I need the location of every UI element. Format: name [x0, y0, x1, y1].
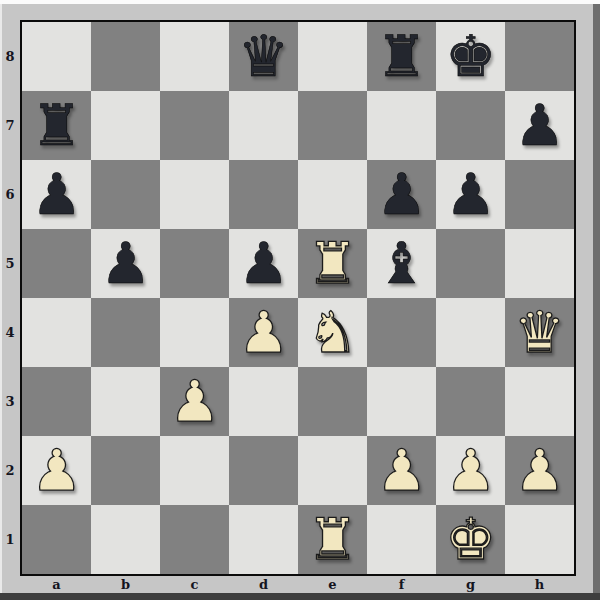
- rank-label-6: 6: [0, 160, 20, 229]
- square-a6[interactable]: ♟: [22, 160, 91, 229]
- square-c1[interactable]: [160, 505, 229, 574]
- square-f2[interactable]: ♟: [367, 436, 436, 505]
- square-c4[interactable]: [160, 298, 229, 367]
- square-b1[interactable]: [91, 505, 160, 574]
- square-h4[interactable]: ♛: [505, 298, 574, 367]
- square-f1[interactable]: [367, 505, 436, 574]
- black-rook-f8[interactable]: ♜: [376, 28, 427, 85]
- black-queen-d8[interactable]: ♛: [238, 28, 289, 85]
- black-pawn-g6[interactable]: ♟: [445, 166, 496, 223]
- frame-highlight-top: [0, 0, 600, 4]
- white-king-g1[interactable]: ♚: [445, 511, 496, 568]
- white-queen-h4[interactable]: ♛: [514, 304, 565, 361]
- square-a7[interactable]: ♜: [22, 91, 91, 160]
- square-d1[interactable]: [229, 505, 298, 574]
- square-a1[interactable]: [22, 505, 91, 574]
- square-e7[interactable]: [298, 91, 367, 160]
- file-labels: abcdefgh: [22, 575, 574, 593]
- square-b8[interactable]: [91, 22, 160, 91]
- square-a8[interactable]: [22, 22, 91, 91]
- square-g1[interactable]: ♚: [436, 505, 505, 574]
- frame-shadow-right: [593, 4, 600, 600]
- square-e3[interactable]: [298, 367, 367, 436]
- square-h3[interactable]: [505, 367, 574, 436]
- square-f5[interactable]: ♝: [367, 229, 436, 298]
- chess-diagram: 87654321 ♛♜♚♜♟♟♟♟♟♟♜♝♟♞♛♟♟♟♟♟♜♚ abcdefgh: [0, 0, 600, 600]
- square-e8[interactable]: [298, 22, 367, 91]
- rank-label-1: 1: [0, 505, 20, 574]
- square-d6[interactable]: [229, 160, 298, 229]
- black-pawn-f6[interactable]: ♟: [376, 166, 427, 223]
- square-f8[interactable]: ♜: [367, 22, 436, 91]
- square-e6[interactable]: [298, 160, 367, 229]
- square-d4[interactable]: ♟: [229, 298, 298, 367]
- square-h6[interactable]: [505, 160, 574, 229]
- file-label-a: a: [22, 575, 91, 593]
- rank-label-8: 8: [0, 22, 20, 91]
- file-label-e: e: [298, 575, 367, 593]
- square-c7[interactable]: [160, 91, 229, 160]
- square-g4[interactable]: [436, 298, 505, 367]
- black-pawn-a6[interactable]: ♟: [31, 166, 82, 223]
- square-g2[interactable]: ♟: [436, 436, 505, 505]
- black-king-g8[interactable]: ♚: [445, 28, 496, 85]
- square-e4[interactable]: ♞: [298, 298, 367, 367]
- white-knight-e4[interactable]: ♞: [307, 304, 358, 361]
- white-rook-e5[interactable]: ♜: [307, 235, 358, 292]
- black-rook-a7[interactable]: ♜: [31, 97, 82, 154]
- white-pawn-g2[interactable]: ♟: [445, 442, 496, 499]
- square-h8[interactable]: [505, 22, 574, 91]
- square-b2[interactable]: [91, 436, 160, 505]
- rank-label-3: 3: [0, 367, 20, 436]
- square-b5[interactable]: ♟: [91, 229, 160, 298]
- square-g8[interactable]: ♚: [436, 22, 505, 91]
- square-h1[interactable]: [505, 505, 574, 574]
- square-h5[interactable]: [505, 229, 574, 298]
- square-b4[interactable]: [91, 298, 160, 367]
- file-label-d: d: [229, 575, 298, 593]
- square-d3[interactable]: [229, 367, 298, 436]
- square-c2[interactable]: [160, 436, 229, 505]
- square-d5[interactable]: ♟: [229, 229, 298, 298]
- square-f6[interactable]: ♟: [367, 160, 436, 229]
- rank-label-4: 4: [0, 298, 20, 367]
- square-d2[interactable]: [229, 436, 298, 505]
- square-c6[interactable]: [160, 160, 229, 229]
- white-pawn-f2[interactable]: ♟: [376, 442, 427, 499]
- white-pawn-a2[interactable]: ♟: [31, 442, 82, 499]
- black-bishop-f5[interactable]: ♝: [376, 235, 427, 292]
- square-f7[interactable]: [367, 91, 436, 160]
- square-g7[interactable]: [436, 91, 505, 160]
- square-h2[interactable]: ♟: [505, 436, 574, 505]
- square-g3[interactable]: [436, 367, 505, 436]
- white-rook-e1[interactable]: ♜: [307, 511, 358, 568]
- square-c3[interactable]: ♟: [160, 367, 229, 436]
- rank-labels: 87654321: [0, 22, 20, 574]
- black-pawn-d5[interactable]: ♟: [238, 235, 289, 292]
- frame-shadow-bottom: [0, 593, 600, 600]
- board: ♛♜♚♜♟♟♟♟♟♟♜♝♟♞♛♟♟♟♟♟♜♚: [20, 20, 576, 576]
- file-label-g: g: [436, 575, 505, 593]
- square-b7[interactable]: [91, 91, 160, 160]
- square-e2[interactable]: [298, 436, 367, 505]
- square-c8[interactable]: [160, 22, 229, 91]
- square-f3[interactable]: [367, 367, 436, 436]
- file-label-f: f: [367, 575, 436, 593]
- square-a2[interactable]: ♟: [22, 436, 91, 505]
- square-g5[interactable]: [436, 229, 505, 298]
- white-pawn-h2[interactable]: ♟: [514, 442, 565, 499]
- square-f4[interactable]: [367, 298, 436, 367]
- black-pawn-h7[interactable]: ♟: [514, 97, 565, 154]
- rank-label-7: 7: [0, 91, 20, 160]
- square-a4[interactable]: [22, 298, 91, 367]
- file-label-h: h: [505, 575, 574, 593]
- square-b6[interactable]: [91, 160, 160, 229]
- square-d7[interactable]: [229, 91, 298, 160]
- square-h7[interactable]: ♟: [505, 91, 574, 160]
- rank-label-5: 5: [0, 229, 20, 298]
- square-c5[interactable]: [160, 229, 229, 298]
- square-a3[interactable]: [22, 367, 91, 436]
- square-g6[interactable]: ♟: [436, 160, 505, 229]
- white-pawn-c3[interactable]: ♟: [169, 373, 220, 430]
- file-label-c: c: [160, 575, 229, 593]
- square-a5[interactable]: [22, 229, 91, 298]
- square-e1[interactable]: ♜: [298, 505, 367, 574]
- rank-label-2: 2: [0, 436, 20, 505]
- file-label-b: b: [91, 575, 160, 593]
- square-e5[interactable]: ♜: [298, 229, 367, 298]
- black-pawn-b5[interactable]: ♟: [100, 235, 151, 292]
- white-pawn-d4[interactable]: ♟: [238, 304, 289, 361]
- square-b3[interactable]: [91, 367, 160, 436]
- square-d8[interactable]: ♛: [229, 22, 298, 91]
